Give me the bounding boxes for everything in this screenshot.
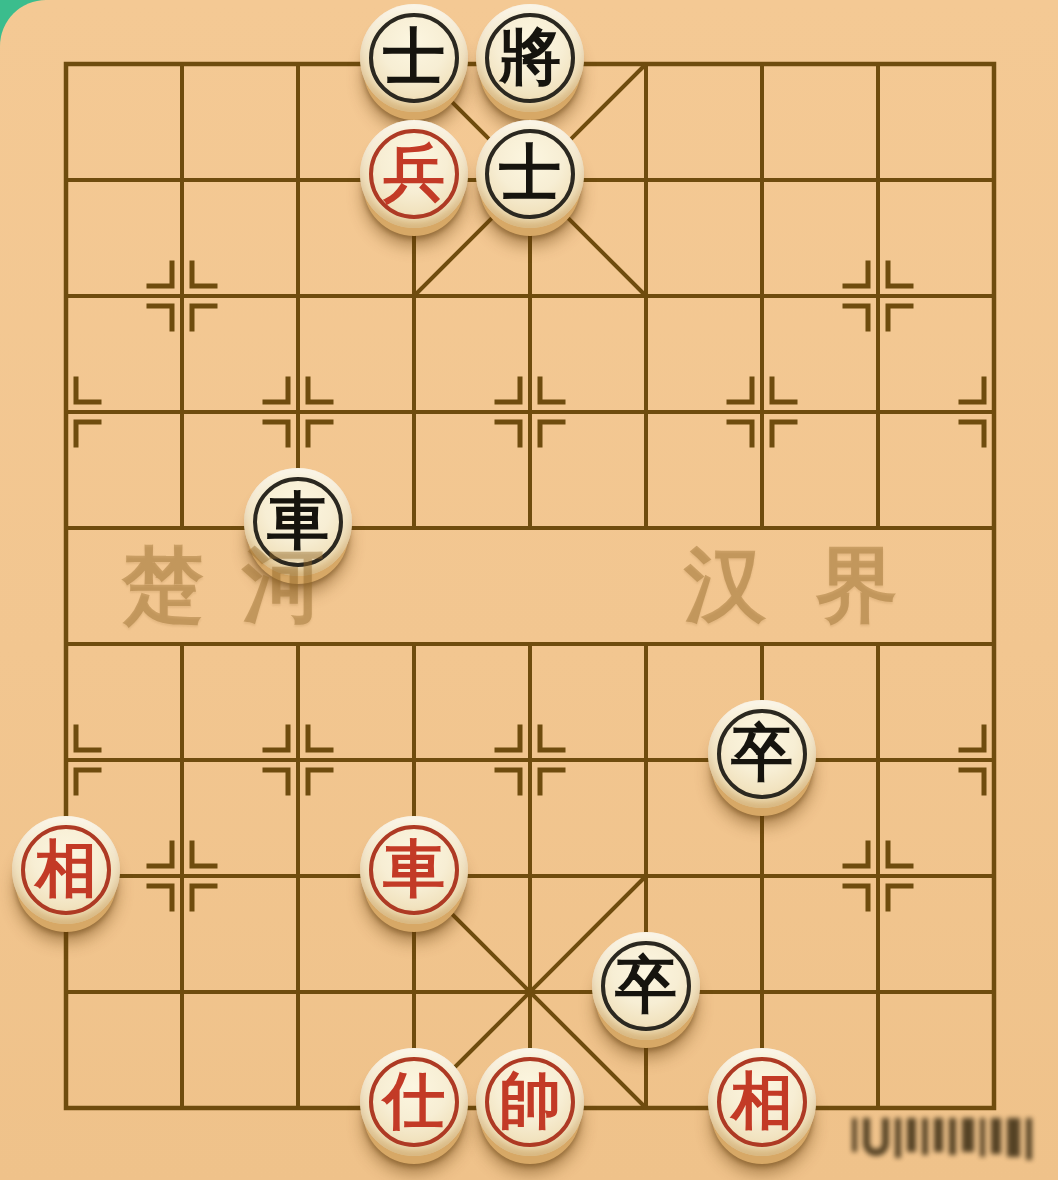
piece-glyph: 卒	[731, 722, 793, 784]
watermark-blur	[852, 1118, 1050, 1164]
watermark-bar	[863, 1118, 889, 1156]
piece-glyph: 相	[731, 1070, 793, 1132]
watermark-bar	[895, 1118, 901, 1158]
piece-glyph: 卒	[615, 954, 677, 1016]
piece-glyph: 車	[267, 490, 329, 552]
piece-face: 相	[708, 1048, 816, 1156]
piece-black-advisor-1[interactable]: 士	[360, 4, 468, 112]
piece-black-general[interactable]: 將	[476, 4, 584, 112]
piece-glyph: 士	[499, 142, 561, 204]
piece-glyph: 車	[383, 838, 445, 900]
piece-red-soldier-1[interactable]: 兵	[360, 120, 468, 228]
piece-glyph: 仕	[383, 1070, 445, 1132]
piece-face: 仕	[360, 1048, 468, 1156]
piece-glyph: 帥	[499, 1070, 561, 1132]
piece-glyph: 將	[499, 26, 561, 88]
watermark-bar	[980, 1118, 985, 1157]
piece-face: 相	[12, 816, 120, 924]
piece-glyph: 相	[35, 838, 97, 900]
piece-face: 卒	[592, 932, 700, 1040]
piece-face: 士	[476, 120, 584, 228]
piece-red-general[interactable]: 帥	[476, 1048, 584, 1156]
watermark-bar	[991, 1118, 1001, 1154]
piece-face: 將	[476, 4, 584, 112]
watermark-bar	[1007, 1118, 1020, 1157]
piece-red-elephant-1[interactable]: 相	[12, 816, 120, 924]
piece-black-soldier-1[interactable]: 卒	[708, 700, 816, 808]
piece-red-advisor-1[interactable]: 仕	[360, 1048, 468, 1156]
watermark-bar	[907, 1118, 916, 1152]
piece-black-chariot-1[interactable]: 車	[244, 468, 352, 576]
watermark-bar	[962, 1118, 974, 1152]
watermark-bar	[949, 1118, 956, 1155]
piece-glyph: 士	[383, 26, 445, 88]
watermark-bar	[1026, 1118, 1032, 1160]
watermark-bar	[922, 1118, 928, 1155]
piece-black-advisor-2[interactable]: 士	[476, 120, 584, 228]
piece-face: 帥	[476, 1048, 584, 1156]
piece-face: 車	[360, 816, 468, 924]
piece-face: 士	[360, 4, 468, 112]
watermark-bar	[852, 1118, 857, 1152]
xiangqi-board[interactable]: 士將兵士車卒相車卒仕帥相	[66, 64, 994, 1108]
piece-black-soldier-2[interactable]: 卒	[592, 932, 700, 1040]
piece-glyph: 兵	[383, 142, 445, 204]
board-background: 士將兵士車卒相車卒仕帥相 楚河 汉界	[0, 0, 1058, 1180]
piece-red-elephant-2[interactable]: 相	[708, 1048, 816, 1156]
piece-red-chariot-1[interactable]: 車	[360, 816, 468, 924]
piece-face: 車	[244, 468, 352, 576]
watermark-bar	[934, 1118, 943, 1152]
piece-face: 卒	[708, 700, 816, 808]
piece-face: 兵	[360, 120, 468, 228]
